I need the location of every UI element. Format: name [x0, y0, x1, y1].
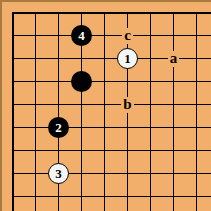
go-board: 4c1ab23: [0, 0, 211, 211]
intersection-A13: [2, 139, 24, 162]
intersection-G14: [139, 116, 162, 139]
intersection-H14: [162, 116, 185, 139]
intersection-A11: [2, 185, 24, 211]
intersection-G16: [139, 70, 162, 93]
intersection-B12: [24, 162, 47, 185]
intersection-D19: [70, 2, 93, 24]
intersection-B18: [24, 24, 47, 47]
intersection-F19: [116, 2, 139, 24]
black-stone: [71, 71, 92, 92]
intersection-H19: [162, 2, 185, 24]
go-diagram: 4c1ab23: [0, 0, 211, 211]
intersection-B16: [24, 70, 47, 93]
intersection-J11: [185, 185, 211, 211]
intersection-H15: [162, 93, 185, 116]
intersection-D15: [70, 93, 93, 116]
intersection-J19: [185, 2, 211, 24]
intersection-G18: [139, 24, 162, 47]
intersection-E11: [93, 185, 116, 211]
intersection-A19: [2, 2, 24, 24]
intersection-E18: [93, 24, 116, 47]
intersection-E17: [93, 47, 116, 70]
intersection-D16: [70, 70, 93, 93]
intersection-B15: [24, 93, 47, 116]
intersection-C18: [47, 24, 70, 47]
intersection-B19: [24, 2, 47, 24]
point-label-b: b: [121, 97, 133, 113]
intersection-J13: [185, 139, 211, 162]
intersection-F14: [116, 116, 139, 139]
intersection-G19: [139, 2, 162, 24]
intersection-A15: [2, 93, 24, 116]
intersection-D13: [70, 139, 93, 162]
intersection-C13: [47, 139, 70, 162]
intersection-H16: [162, 70, 185, 93]
intersection-D11: [70, 185, 93, 211]
intersection-E15: [93, 93, 116, 116]
intersection-G15: [139, 93, 162, 116]
intersection-F12: [116, 162, 139, 185]
intersection-F16: [116, 70, 139, 93]
intersection-J16: [185, 70, 211, 93]
intersection-E16: [93, 70, 116, 93]
intersection-A16: [2, 70, 24, 93]
intersection-A17: [2, 47, 24, 70]
intersection-C19: [47, 2, 70, 24]
intersection-G11: [139, 185, 162, 211]
intersection-B17: [24, 47, 47, 70]
intersection-H13: [162, 139, 185, 162]
intersection-J12: [185, 162, 211, 185]
intersection-E14: [93, 116, 116, 139]
intersection-J17: [185, 47, 211, 70]
intersection-E13: [93, 139, 116, 162]
intersection-J18: [185, 24, 211, 47]
intersection-H18: [162, 24, 185, 47]
intersection-C14: 2: [47, 116, 70, 139]
intersection-G12: [139, 162, 162, 185]
intersection-C16: [47, 70, 70, 93]
intersection-D12: [70, 162, 93, 185]
intersection-F18: c: [116, 24, 139, 47]
white-stone-1: 1: [117, 48, 138, 69]
intersection-B14: [24, 116, 47, 139]
black-stone-2: 2: [48, 117, 69, 138]
intersection-A12: [2, 162, 24, 185]
intersection-F11: [116, 185, 139, 211]
intersection-C12: 3: [47, 162, 70, 185]
intersection-C15: [47, 93, 70, 116]
white-stone-3: 3: [48, 163, 69, 184]
intersection-G17: [139, 47, 162, 70]
intersection-J15: [185, 93, 211, 116]
intersection-H17: a: [162, 47, 185, 70]
intersection-A18: [2, 24, 24, 47]
intersection-F15: b: [116, 93, 139, 116]
point-label-a: a: [168, 51, 180, 67]
intersection-D18: 4: [70, 24, 93, 47]
intersection-C17: [47, 47, 70, 70]
intersection-F17: 1: [116, 47, 139, 70]
intersection-A14: [2, 116, 24, 139]
intersection-H12: [162, 162, 185, 185]
black-stone-4: 4: [71, 25, 92, 46]
intersection-E12: [93, 162, 116, 185]
intersection-B11: [24, 185, 47, 211]
intersection-D14: [70, 116, 93, 139]
point-label-c: c: [122, 28, 133, 44]
intersection-G13: [139, 139, 162, 162]
intersection-B13: [24, 139, 47, 162]
intersection-C11: [47, 185, 70, 211]
intersection-J14: [185, 116, 211, 139]
intersection-F13: [116, 139, 139, 162]
intersection-D17: [70, 47, 93, 70]
intersection-E19: [93, 2, 116, 24]
intersection-H11: [162, 185, 185, 211]
